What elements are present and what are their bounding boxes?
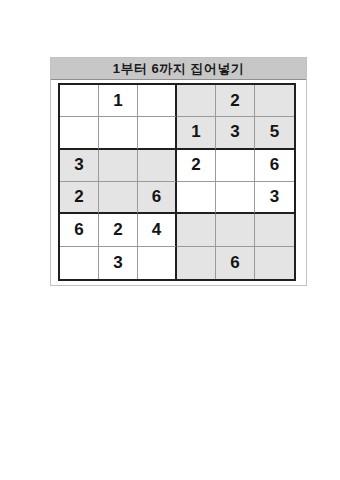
- cell-r2c2-empty[interactable]: [99, 117, 138, 149]
- cell-r3c1-given: 3: [60, 150, 99, 182]
- sudoku-widget: 1부터 6까지 집어넣기 1213532626362436: [50, 57, 307, 286]
- cell-r1c2-given: 1: [99, 85, 138, 117]
- cell-r5c3-given: 4: [138, 214, 177, 246]
- sudoku-grid: 1213532626362436: [58, 83, 296, 281]
- cell-r6c3-empty[interactable]: [138, 247, 177, 279]
- cell-r3c3-empty[interactable]: [138, 150, 177, 182]
- cell-r3c4-given: 2: [177, 150, 216, 182]
- cell-r1c6-empty[interactable]: [255, 85, 294, 117]
- cell-r6c1-empty[interactable]: [60, 247, 99, 279]
- cell-r4c3-given: 6: [138, 182, 177, 214]
- cell-r2c1-empty[interactable]: [60, 117, 99, 149]
- cell-r4c2-empty[interactable]: [99, 182, 138, 214]
- cell-r2c4-given: 1: [177, 117, 216, 149]
- cell-r4c5-empty[interactable]: [216, 182, 255, 214]
- cell-r2c3-empty[interactable]: [138, 117, 177, 149]
- cell-r3c2-empty[interactable]: [99, 150, 138, 182]
- cell-r6c5-given: 6: [216, 247, 255, 279]
- cell-r4c1-given: 2: [60, 182, 99, 214]
- cell-r3c5-empty[interactable]: [216, 150, 255, 182]
- puzzle-title: 1부터 6까지 집어넣기: [113, 62, 245, 75]
- cell-r4c6-given: 3: [255, 182, 294, 214]
- board-area: 1213532626362436: [51, 80, 306, 285]
- cell-r2c6-given: 5: [255, 117, 294, 149]
- cell-r6c2-given: 3: [99, 247, 138, 279]
- cell-r6c4-empty[interactable]: [177, 247, 216, 279]
- cell-r4c4-empty[interactable]: [177, 182, 216, 214]
- cell-r1c3-empty[interactable]: [138, 85, 177, 117]
- cell-r5c2-given: 2: [99, 214, 138, 246]
- page-background: { "game": "sudoku", "variant": "6x6, 2-r…: [0, 0, 340, 480]
- cell-r3c6-given: 6: [255, 150, 294, 182]
- cell-r5c5-empty[interactable]: [216, 214, 255, 246]
- cell-r1c1-empty[interactable]: [60, 85, 99, 117]
- cell-r6c6-empty[interactable]: [255, 247, 294, 279]
- cell-r5c1-given: 6: [60, 214, 99, 246]
- cell-r1c5-given: 2: [216, 85, 255, 117]
- cell-r1c4-empty[interactable]: [177, 85, 216, 117]
- puzzle-title-bar: 1부터 6까지 집어넣기: [51, 58, 306, 80]
- cell-r5c6-empty[interactable]: [255, 214, 294, 246]
- cell-r5c4-empty[interactable]: [177, 214, 216, 246]
- cell-r2c5-given: 3: [216, 117, 255, 149]
